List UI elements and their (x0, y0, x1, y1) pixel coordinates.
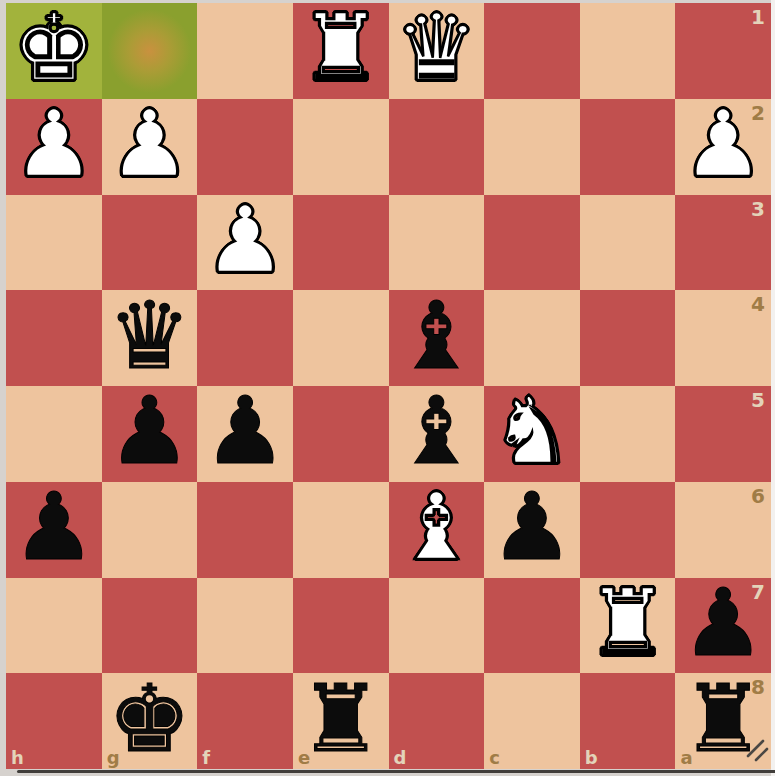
square-c3[interactable] (484, 195, 580, 291)
square-f4[interactable] (197, 290, 293, 386)
square-h5[interactable] (6, 386, 102, 482)
page-right-margin (771, 0, 775, 776)
square-b3[interactable] (580, 195, 676, 291)
square-c5[interactable]: ♞ (484, 386, 580, 482)
square-g7[interactable] (102, 578, 198, 674)
square-g6[interactable] (102, 482, 198, 578)
square-d6[interactable]: ♝ (389, 482, 485, 578)
square-g5[interactable]: ♟ (102, 386, 198, 482)
square-e5[interactable] (293, 386, 389, 482)
square-b4[interactable] (580, 290, 676, 386)
square-d4[interactable]: ♝ (389, 290, 485, 386)
piece-black-pawn[interactable]: ♟ (490, 482, 573, 574)
piece-black-pawn[interactable]: ♟ (12, 482, 95, 574)
square-b7[interactable]: ♜ (580, 578, 676, 674)
square-b6[interactable] (580, 482, 676, 578)
rank-label-3: 3 (751, 197, 765, 221)
square-a5[interactable]: 5 (675, 386, 771, 482)
chess-board: ♚♜♛1♟♟2♟♟3♛♝4♟♟♝♞5♟♝♟6♜7♟hg♚fe♜dcba8♜ (6, 3, 771, 769)
resize-handle-icon[interactable] (744, 737, 770, 763)
square-b5[interactable] (580, 386, 676, 482)
square-e6[interactable] (293, 482, 389, 578)
piece-white-bishop[interactable]: ♝ (395, 482, 478, 574)
piece-black-pawn[interactable]: ♟ (108, 386, 191, 478)
square-g1[interactable] (102, 3, 198, 99)
square-b1[interactable] (580, 3, 676, 99)
piece-white-rook[interactable]: ♜ (586, 578, 669, 670)
square-a2[interactable]: 2♟ (675, 99, 771, 195)
piece-black-rook[interactable]: ♜ (299, 673, 382, 765)
file-label-b: b (585, 747, 598, 770)
file-label-h: h (11, 747, 24, 770)
square-h7[interactable] (6, 578, 102, 674)
piece-white-rook[interactable]: ♜ (299, 3, 382, 95)
square-e7[interactable] (293, 578, 389, 674)
square-d3[interactable] (389, 195, 485, 291)
square-g8[interactable]: g♚ (102, 673, 198, 769)
square-e8[interactable]: e♜ (293, 673, 389, 769)
piece-black-pawn[interactable]: ♟ (682, 578, 765, 670)
piece-white-knight[interactable]: ♞ (490, 386, 573, 478)
square-g3[interactable] (102, 195, 198, 291)
file-label-f: f (202, 747, 210, 770)
square-e2[interactable] (293, 99, 389, 195)
piece-black-pawn[interactable]: ♟ (203, 386, 286, 478)
square-c7[interactable] (484, 578, 580, 674)
square-g4[interactable]: ♛ (102, 290, 198, 386)
square-d1[interactable]: ♛ (389, 3, 485, 99)
square-b2[interactable] (580, 99, 676, 195)
piece-white-pawn[interactable]: ♟ (682, 99, 765, 191)
square-g2[interactable]: ♟ (102, 99, 198, 195)
piece-white-pawn[interactable]: ♟ (108, 99, 191, 191)
piece-white-pawn[interactable]: ♟ (203, 195, 286, 287)
square-a7[interactable]: 7♟ (675, 578, 771, 674)
rank-label-6: 6 (751, 484, 765, 508)
square-h2[interactable]: ♟ (6, 99, 102, 195)
piece-white-king[interactable]: ♚ (12, 3, 95, 95)
piece-black-queen[interactable]: ♛ (108, 290, 191, 382)
rank-label-1: 1 (751, 5, 765, 29)
square-h8[interactable]: h (6, 673, 102, 769)
square-f1[interactable] (197, 3, 293, 99)
rank-label-4: 4 (751, 292, 765, 316)
square-c6[interactable]: ♟ (484, 482, 580, 578)
piece-white-pawn[interactable]: ♟ (12, 99, 95, 191)
square-b8[interactable]: b (580, 673, 676, 769)
file-label-d: d (394, 747, 407, 770)
square-d8[interactable]: d (389, 673, 485, 769)
piece-black-bishop[interactable]: ♝ (395, 386, 478, 478)
rank-label-5: 5 (751, 388, 765, 412)
square-h3[interactable] (6, 195, 102, 291)
square-e4[interactable] (293, 290, 389, 386)
square-f6[interactable] (197, 482, 293, 578)
piece-black-bishop[interactable]: ♝ (395, 290, 478, 382)
piece-black-king[interactable]: ♚ (108, 673, 191, 765)
square-c8[interactable]: c (484, 673, 580, 769)
square-f3[interactable]: ♟ (197, 195, 293, 291)
square-f2[interactable] (197, 99, 293, 195)
square-a3[interactable]: 3 (675, 195, 771, 291)
square-c2[interactable] (484, 99, 580, 195)
square-e1[interactable]: ♜ (293, 3, 389, 99)
square-a1[interactable]: 1 (675, 3, 771, 99)
square-a6[interactable]: 6 (675, 482, 771, 578)
square-c1[interactable] (484, 3, 580, 99)
square-f7[interactable] (197, 578, 293, 674)
square-h1[interactable]: ♚ (6, 3, 102, 99)
page-bottom-edge (17, 770, 775, 773)
square-d7[interactable] (389, 578, 485, 674)
square-d2[interactable] (389, 99, 485, 195)
square-f5[interactable]: ♟ (197, 386, 293, 482)
square-h6[interactable]: ♟ (6, 482, 102, 578)
square-a4[interactable]: 4 (675, 290, 771, 386)
square-h4[interactable] (6, 290, 102, 386)
file-label-c: c (489, 747, 500, 770)
piece-white-queen[interactable]: ♛ (395, 3, 478, 95)
square-d5[interactable]: ♝ (389, 386, 485, 482)
square-f8[interactable]: f (197, 673, 293, 769)
square-c4[interactable] (484, 290, 580, 386)
square-e3[interactable] (293, 195, 389, 291)
